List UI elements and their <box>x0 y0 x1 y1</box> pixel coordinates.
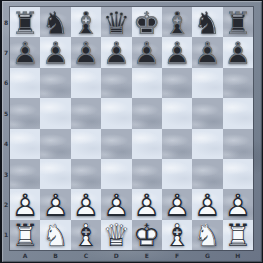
file-label-a: A <box>10 250 40 261</box>
file-labels: ABCDEFGH <box>10 250 253 261</box>
square-c6[interactable] <box>71 68 101 98</box>
square-h7[interactable]: ♟♙ <box>223 37 253 67</box>
piece-black-knight: ♞♘ <box>192 7 222 37</box>
square-g1[interactable]: ♞♘ <box>192 220 222 250</box>
piece-black-rook: ♜♖ <box>10 7 40 37</box>
square-a7[interactable]: ♟♙ <box>10 37 40 67</box>
square-c1[interactable]: ♝♗ <box>71 220 101 250</box>
square-d6[interactable] <box>101 68 131 98</box>
square-f5[interactable] <box>162 98 192 128</box>
square-e4[interactable] <box>132 129 162 159</box>
square-e3[interactable] <box>132 159 162 189</box>
file-label-c: C <box>71 250 101 261</box>
square-b4[interactable] <box>40 129 70 159</box>
piece-black-king: ♚♔ <box>132 7 162 37</box>
square-b2[interactable]: ♟♙ <box>40 189 70 219</box>
rank-label-4: 4 <box>2 129 10 159</box>
square-f6[interactable] <box>162 68 192 98</box>
square-b5[interactable] <box>40 98 70 128</box>
square-a8[interactable]: ♜♖ <box>10 7 40 37</box>
square-f3[interactable] <box>162 159 192 189</box>
chess-board: ♜♖♞♘♝♗♛♕♚♔♝♗♞♘♜♖♟♙♟♙♟♙♟♙♟♙♟♙♟♙♟♙♟♙♟♙♟♙♟♙… <box>10 7 253 250</box>
piece-black-pawn: ♟♙ <box>40 37 70 67</box>
file-label-h: H <box>223 250 253 261</box>
piece-white-knight: ♞♘ <box>40 220 70 250</box>
piece-black-pawn: ♟♙ <box>132 37 162 67</box>
square-c7[interactable]: ♟♙ <box>71 37 101 67</box>
square-g6[interactable] <box>192 68 222 98</box>
file-label-e: E <box>132 250 162 261</box>
square-f1[interactable]: ♝♗ <box>162 220 192 250</box>
square-e6[interactable] <box>132 68 162 98</box>
square-c8[interactable]: ♝♗ <box>71 7 101 37</box>
square-d5[interactable] <box>101 98 131 128</box>
piece-white-bishop: ♝♗ <box>162 220 192 250</box>
square-a6[interactable] <box>10 68 40 98</box>
piece-white-pawn: ♟♙ <box>10 189 40 219</box>
square-b1[interactable]: ♞♘ <box>40 220 70 250</box>
square-e8[interactable]: ♚♔ <box>132 7 162 37</box>
piece-white-pawn: ♟♙ <box>223 189 253 219</box>
piece-black-pawn: ♟♙ <box>223 37 253 67</box>
square-a5[interactable] <box>10 98 40 128</box>
piece-white-pawn: ♟♙ <box>71 189 101 219</box>
square-b7[interactable]: ♟♙ <box>40 37 70 67</box>
square-a4[interactable] <box>10 129 40 159</box>
square-a1[interactable]: ♜♖ <box>10 220 40 250</box>
piece-black-rook: ♜♖ <box>223 7 253 37</box>
square-f7[interactable]: ♟♙ <box>162 37 192 67</box>
square-f8[interactable]: ♝♗ <box>162 7 192 37</box>
square-e5[interactable] <box>132 98 162 128</box>
square-c5[interactable] <box>71 98 101 128</box>
square-f4[interactable] <box>162 129 192 159</box>
piece-white-bishop: ♝♗ <box>71 220 101 250</box>
square-g4[interactable] <box>192 129 222 159</box>
rank-label-6: 6 <box>2 68 10 98</box>
piece-white-pawn: ♟♙ <box>162 189 192 219</box>
piece-white-pawn: ♟♙ <box>101 189 131 219</box>
square-b3[interactable] <box>40 159 70 189</box>
square-h3[interactable] <box>223 159 253 189</box>
piece-white-rook: ♜♖ <box>10 220 40 250</box>
rank-label-2: 2 <box>2 189 10 219</box>
file-label-b: B <box>40 250 70 261</box>
piece-white-pawn: ♟♙ <box>192 189 222 219</box>
square-d8[interactable]: ♛♕ <box>101 7 131 37</box>
chess-board-window: 87654321 ♜♖♞♘♝♗♛♕♚♔♝♗♞♘♜♖♟♙♟♙♟♙♟♙♟♙♟♙♟♙♟… <box>0 0 263 263</box>
square-e7[interactable]: ♟♙ <box>132 37 162 67</box>
file-label-d: D <box>101 250 131 261</box>
square-d2[interactable]: ♟♙ <box>101 189 131 219</box>
square-h8[interactable]: ♜♖ <box>223 7 253 37</box>
rank-label-7: 7 <box>2 37 10 67</box>
piece-black-knight: ♞♘ <box>40 7 70 37</box>
square-c3[interactable] <box>71 159 101 189</box>
square-b8[interactable]: ♞♘ <box>40 7 70 37</box>
square-d3[interactable] <box>101 159 131 189</box>
square-d7[interactable]: ♟♙ <box>101 37 131 67</box>
rank-label-5: 5 <box>2 98 10 128</box>
piece-black-bishop: ♝♗ <box>71 7 101 37</box>
piece-black-pawn: ♟♙ <box>192 37 222 67</box>
rank-labels: 87654321 <box>2 7 10 250</box>
square-a3[interactable] <box>10 159 40 189</box>
square-g2[interactable]: ♟♙ <box>192 189 222 219</box>
square-d4[interactable] <box>101 129 131 159</box>
rank-label-8: 8 <box>2 7 10 37</box>
square-e2[interactable]: ♟♙ <box>132 189 162 219</box>
square-h1[interactable]: ♜♖ <box>223 220 253 250</box>
square-a2[interactable]: ♟♙ <box>10 189 40 219</box>
piece-white-queen: ♛♕ <box>101 220 131 250</box>
square-h6[interactable] <box>223 68 253 98</box>
square-b6[interactable] <box>40 68 70 98</box>
piece-black-pawn: ♟♙ <box>10 37 40 67</box>
square-f2[interactable]: ♟♙ <box>162 189 192 219</box>
piece-white-pawn: ♟♙ <box>40 189 70 219</box>
piece-black-pawn: ♟♙ <box>71 37 101 67</box>
square-h4[interactable] <box>223 129 253 159</box>
square-c2[interactable]: ♟♙ <box>71 189 101 219</box>
file-label-g: G <box>192 250 222 261</box>
square-g7[interactable]: ♟♙ <box>192 37 222 67</box>
piece-black-pawn: ♟♙ <box>101 37 131 67</box>
square-d1[interactable]: ♛♕ <box>101 220 131 250</box>
square-e1[interactable]: ♚♔ <box>132 220 162 250</box>
rank-label-1: 1 <box>2 220 10 250</box>
piece-white-pawn: ♟♙ <box>132 189 162 219</box>
piece-white-rook: ♜♖ <box>223 220 253 250</box>
square-g5[interactable] <box>192 98 222 128</box>
piece-black-queen: ♛♕ <box>101 7 131 37</box>
piece-white-knight: ♞♘ <box>192 220 222 250</box>
square-g3[interactable] <box>192 159 222 189</box>
piece-black-bishop: ♝♗ <box>162 7 192 37</box>
square-h2[interactable]: ♟♙ <box>223 189 253 219</box>
file-label-f: F <box>162 250 192 261</box>
rank-label-3: 3 <box>2 159 10 189</box>
square-h5[interactable] <box>223 98 253 128</box>
square-c4[interactable] <box>71 129 101 159</box>
square-g8[interactable]: ♞♘ <box>192 7 222 37</box>
piece-black-pawn: ♟♙ <box>162 37 192 67</box>
piece-white-king: ♚♔ <box>132 220 162 250</box>
